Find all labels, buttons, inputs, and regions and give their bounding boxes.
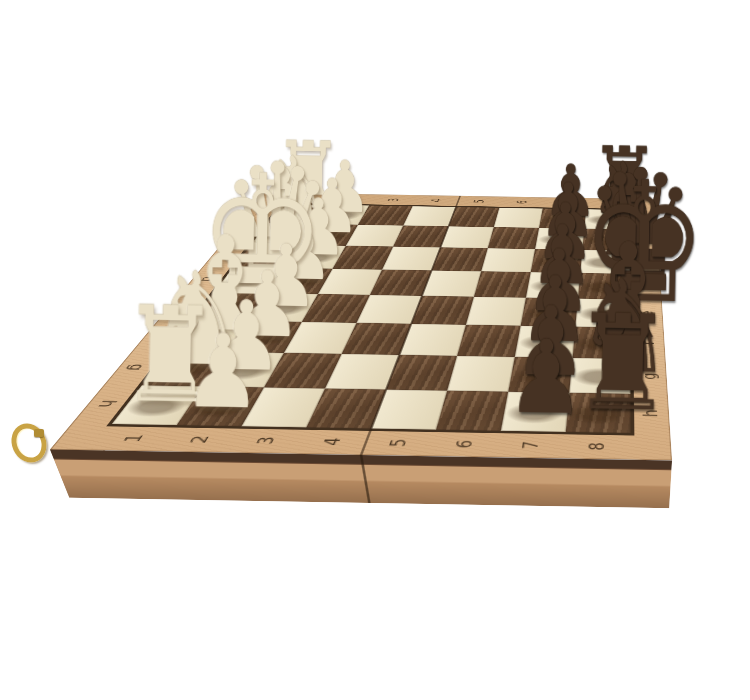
white-pawn-glyph: ♟ xyxy=(183,320,240,423)
piece-white-pawn-h2: ♟ xyxy=(177,386,264,426)
piece-black-pawn-h7: ♟ xyxy=(501,392,569,432)
piece-black-rook-h8: ♜ xyxy=(566,393,631,433)
perspective-container: 1122334455667788aabbccddeeffgghh ♜♟♟♜♞♟♟… xyxy=(0,0,750,700)
brass-clasp xyxy=(10,419,44,459)
board-wrapper: 1122334455667788aabbccddeeffgghh ♜♟♟♜♞♟♟… xyxy=(0,0,750,700)
black-rook-glyph: ♜ xyxy=(571,297,628,430)
pieces-layer: ♜♟♟♜♞♟♟♞♝♟♟♝♛♟♟♛♚♟♟♚♝♟♟♝♞♟♟♞♜♟♟♜ xyxy=(50,192,672,460)
board-front-side-face xyxy=(50,450,672,509)
clasp-hook-icon xyxy=(34,429,44,437)
product-photo-scene: 1122334455667788aabbccddeeffgghh ♜♟♟♜♞♟♟… xyxy=(0,0,750,700)
black-pawn-glyph: ♟ xyxy=(506,326,563,429)
white-rook-glyph: ♜ xyxy=(118,289,175,422)
chess-board: 1122334455667788aabbccddeeffgghh ♜♟♟♜♞♟♟… xyxy=(50,192,672,460)
fold-seam-front-face xyxy=(360,455,371,503)
